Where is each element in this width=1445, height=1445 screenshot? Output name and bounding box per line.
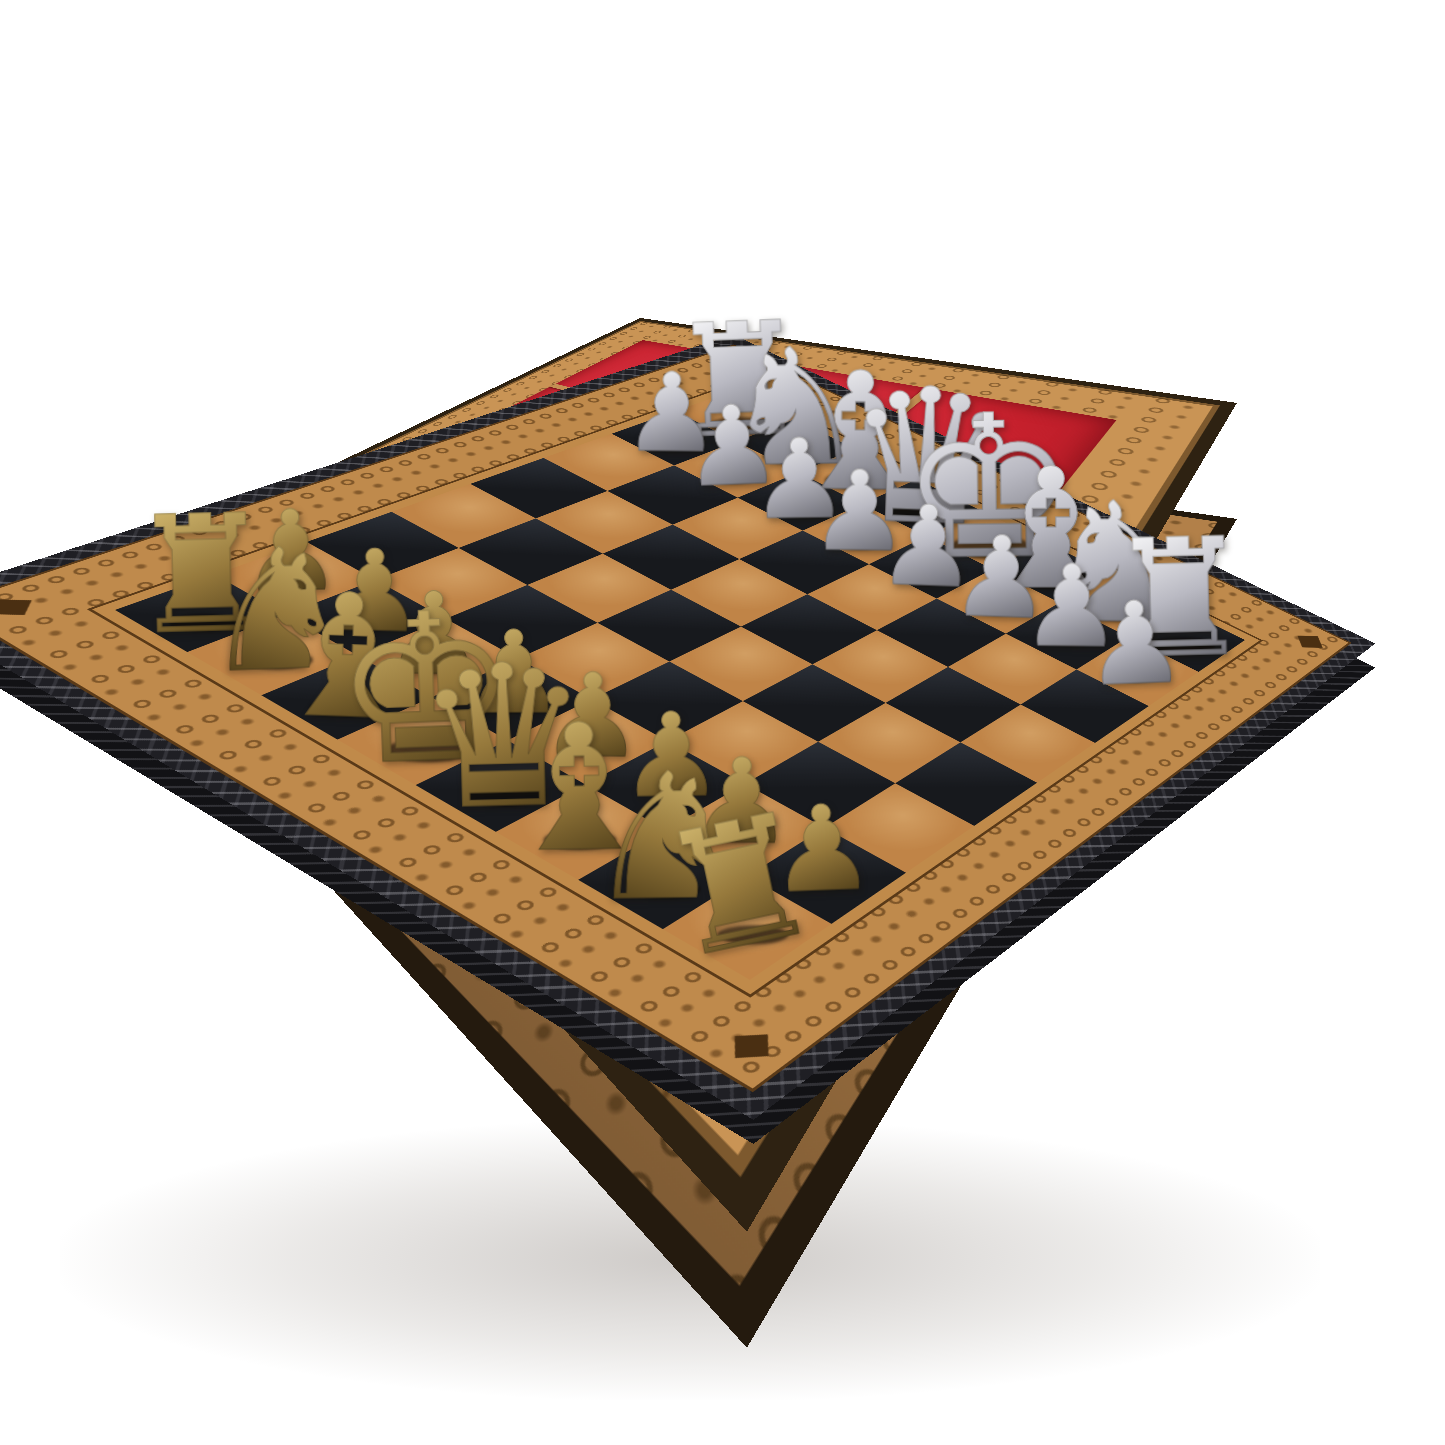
- pieces-layer: ♜♟♞♟♝♟♛♟♚♟♝♟♟♞♜♟♟♜♞♟♟♝♟♚♟♟♛♟♝♟♞♜: [0, 0, 1445, 1445]
- piece-white-pawn-h2[interactable]: ♟: [1083, 586, 1189, 703]
- product-photo-scene: ♜♟♞♟♝♟♛♟♚♟♝♟♟♞♜♟♟♜♞♟♟♝♟♚♟♟♛♟♝♟♞♜: [0, 0, 1445, 1445]
